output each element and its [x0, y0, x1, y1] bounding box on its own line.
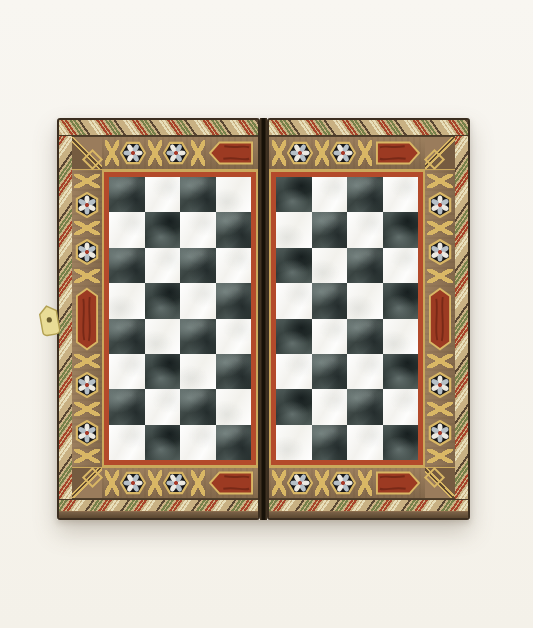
- square-h4[interactable]: [383, 319, 419, 354]
- gold-chevron-inlay: [427, 221, 453, 235]
- walnut-base-edge: [59, 511, 258, 518]
- red-inlay-hexagon: [76, 287, 98, 351]
- square-f8[interactable]: [312, 177, 348, 212]
- gold-chevron-inlay: [74, 354, 100, 368]
- red-inner-frame: [104, 172, 256, 465]
- red-inlay-hexagon: [209, 141, 253, 165]
- mother-of-pearl-rosette-icon: [330, 471, 356, 495]
- square-c4[interactable]: [180, 319, 216, 354]
- square-f1[interactable]: [312, 425, 348, 460]
- square-a6[interactable]: [109, 248, 145, 283]
- gold-chevron-inlay: [315, 470, 329, 496]
- gold-chevron-inlay: [427, 354, 453, 368]
- square-d1[interactable]: [216, 425, 252, 460]
- gold-chevron-inlay: [191, 470, 205, 496]
- striped-border-band: [59, 120, 258, 136]
- square-b1[interactable]: [145, 425, 181, 460]
- folding-chessboard: [57, 118, 470, 520]
- square-a4[interactable]: [109, 319, 145, 354]
- top-border-band: [269, 136, 455, 170]
- board-panel-right: [267, 118, 470, 520]
- square-b7[interactable]: [145, 212, 181, 247]
- red-inner-frame: [271, 172, 423, 465]
- square-e4[interactable]: [276, 319, 312, 354]
- gold-chevron-inlay: [148, 470, 162, 496]
- square-a7[interactable]: [109, 212, 145, 247]
- mother-of-pearl-rosette-icon: [163, 471, 189, 495]
- red-inlay-hexagon: [209, 471, 253, 495]
- square-a1[interactable]: [109, 425, 145, 460]
- mother-of-pearl-rosette-icon: [120, 471, 146, 495]
- gold-chevron-inlay: [427, 402, 453, 416]
- mother-of-pearl-rosette-icon: [428, 372, 452, 398]
- square-d3[interactable]: [216, 354, 252, 389]
- bottom-border-band: [72, 467, 258, 499]
- square-e5[interactable]: [276, 283, 312, 318]
- square-b8[interactable]: [145, 177, 181, 212]
- square-c1[interactable]: [180, 425, 216, 460]
- photo-background: [0, 0, 533, 628]
- bottom-border-band: [269, 467, 455, 499]
- square-c5[interactable]: [180, 283, 216, 318]
- square-b6[interactable]: [145, 248, 181, 283]
- square-g2[interactable]: [347, 389, 383, 424]
- square-d8[interactable]: [216, 177, 252, 212]
- square-g1[interactable]: [347, 425, 383, 460]
- striped-border-band: [455, 136, 468, 499]
- square-c2[interactable]: [180, 389, 216, 424]
- mother-of-pearl-rosette-icon: [330, 141, 356, 165]
- mother-of-pearl-rosette-icon: [120, 141, 146, 165]
- striped-border-band: [59, 499, 258, 511]
- square-c6[interactable]: [180, 248, 216, 283]
- gold-chevron-inlay: [191, 140, 205, 166]
- gold-rim: [269, 170, 425, 467]
- square-a3[interactable]: [109, 354, 145, 389]
- square-h5[interactable]: [383, 283, 419, 318]
- gold-rim: [102, 170, 258, 467]
- corner-miter: [425, 137, 455, 169]
- mother-of-pearl-rosette-icon: [428, 420, 452, 446]
- gold-chevron-inlay: [74, 449, 100, 463]
- gold-chevron-inlay: [105, 140, 119, 166]
- square-h7[interactable]: [383, 212, 419, 247]
- mother-of-pearl-rosette-icon: [75, 239, 99, 265]
- red-inlay-hexagon: [376, 471, 420, 495]
- gold-chevron-inlay: [74, 174, 100, 188]
- gold-chevron-inlay: [272, 470, 286, 496]
- square-e1[interactable]: [276, 425, 312, 460]
- gold-chevron-inlay: [74, 269, 100, 283]
- corner-miter: [72, 137, 102, 169]
- square-e3[interactable]: [276, 354, 312, 389]
- square-f2[interactable]: [312, 389, 348, 424]
- square-d5[interactable]: [216, 283, 252, 318]
- red-inlay-hexagon: [429, 287, 451, 351]
- board-panel-left: [57, 118, 260, 520]
- square-e7[interactable]: [276, 212, 312, 247]
- square-d7[interactable]: [216, 212, 252, 247]
- mother-of-pearl-rosette-icon: [75, 372, 99, 398]
- chessboard-half-right: [276, 177, 418, 460]
- gold-chevron-inlay: [74, 402, 100, 416]
- square-b5[interactable]: [145, 283, 181, 318]
- square-c3[interactable]: [180, 354, 216, 389]
- square-f5[interactable]: [312, 283, 348, 318]
- square-d4[interactable]: [216, 319, 252, 354]
- mother-of-pearl-rosette-icon: [163, 141, 189, 165]
- striped-border-band: [59, 136, 72, 499]
- hinge-gap: [260, 118, 267, 520]
- square-g7[interactable]: [347, 212, 383, 247]
- square-f4[interactable]: [312, 319, 348, 354]
- mother-of-pearl-rosette-icon: [75, 420, 99, 446]
- red-inlay-hexagon: [376, 141, 420, 165]
- square-h6[interactable]: [383, 248, 419, 283]
- gold-chevron-inlay: [427, 449, 453, 463]
- square-c8[interactable]: [180, 177, 216, 212]
- gold-chevron-inlay: [358, 140, 372, 166]
- side-border-band: [425, 170, 455, 467]
- square-b3[interactable]: [145, 354, 181, 389]
- mother-of-pearl-rosette-icon: [428, 239, 452, 265]
- square-e8[interactable]: [276, 177, 312, 212]
- square-b2[interactable]: [145, 389, 181, 424]
- corner-miter: [72, 468, 102, 498]
- gold-chevron-inlay: [427, 269, 453, 283]
- side-border-band: [72, 170, 102, 467]
- square-h8[interactable]: [383, 177, 419, 212]
- gold-chevron-inlay: [74, 221, 100, 235]
- corner-miter: [425, 468, 455, 498]
- square-g4[interactable]: [347, 319, 383, 354]
- border-chain: [102, 468, 258, 498]
- gold-chevron-inlay: [272, 140, 286, 166]
- square-e6[interactable]: [276, 248, 312, 283]
- chessboard-half-left: [109, 177, 251, 460]
- border-chain: [102, 137, 258, 169]
- border-chain: [269, 137, 425, 169]
- mother-of-pearl-rosette-icon: [428, 192, 452, 218]
- square-f7[interactable]: [312, 212, 348, 247]
- striped-border-band: [269, 499, 468, 511]
- square-g8[interactable]: [347, 177, 383, 212]
- mother-of-pearl-rosette-icon: [75, 192, 99, 218]
- square-b4[interactable]: [145, 319, 181, 354]
- square-a2[interactable]: [109, 389, 145, 424]
- gold-chevron-inlay: [315, 140, 329, 166]
- mother-of-pearl-rosette-icon: [287, 471, 313, 495]
- gold-chevron-inlay: [427, 174, 453, 188]
- square-h1[interactable]: [383, 425, 419, 460]
- square-a8[interactable]: [109, 177, 145, 212]
- square-f3[interactable]: [312, 354, 348, 389]
- square-g3[interactable]: [347, 354, 383, 389]
- square-h3[interactable]: [383, 354, 419, 389]
- brass-latch-icon: [38, 304, 60, 338]
- walnut-base-edge: [269, 511, 468, 518]
- square-d6[interactable]: [216, 248, 252, 283]
- square-h2[interactable]: [383, 389, 419, 424]
- striped-border-band: [269, 120, 468, 136]
- gold-chevron-inlay: [148, 140, 162, 166]
- square-g6[interactable]: [347, 248, 383, 283]
- mother-of-pearl-rosette-icon: [287, 141, 313, 165]
- gold-chevron-inlay: [358, 470, 372, 496]
- gold-chevron-inlay: [105, 470, 119, 496]
- square-f6[interactable]: [312, 248, 348, 283]
- border-chain: [269, 468, 425, 498]
- square-c7[interactable]: [180, 212, 216, 247]
- square-d2[interactable]: [216, 389, 252, 424]
- square-a5[interactable]: [109, 283, 145, 318]
- top-border-band: [72, 136, 258, 170]
- square-e2[interactable]: [276, 389, 312, 424]
- square-g5[interactable]: [347, 283, 383, 318]
